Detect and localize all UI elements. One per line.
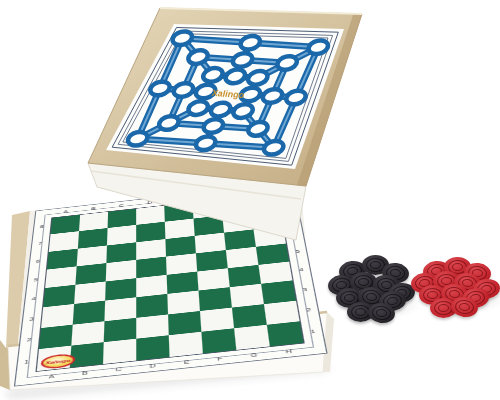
- morris-center-logo: Xalingo: [211, 88, 246, 100]
- coordinate-label: 7: [289, 214, 294, 218]
- morris-point: [231, 104, 255, 119]
- coordinate-label: 1: [24, 359, 29, 364]
- morris-line: [235, 43, 250, 77]
- morris-line: [258, 44, 319, 81]
- coordinate-label: F: [204, 194, 209, 198]
- morris-line: [206, 110, 221, 144]
- morris-point: [186, 101, 210, 116]
- coordinate-label: C: [116, 366, 122, 372]
- checkers-square: [234, 325, 270, 350]
- morris-pinstripe-1: [112, 28, 338, 166]
- morris-point: [223, 69, 247, 84]
- morris-point: [148, 81, 172, 96]
- coordinate-label: D: [150, 363, 156, 369]
- morris-point: [260, 89, 284, 104]
- coordinate-label: 1: [310, 329, 316, 334]
- coordinate-label: F: [217, 356, 223, 362]
- morris-point: [193, 84, 217, 99]
- morris-point: [170, 31, 194, 46]
- morris-line: [138, 38, 319, 148]
- morris-point: [208, 102, 232, 117]
- morris-point: [238, 87, 262, 102]
- xalingo-logo-text: Xalingo: [45, 358, 71, 365]
- morris-pinstripe-2: [118, 31, 333, 162]
- morris-line: [167, 38, 228, 75]
- morris-line: [138, 105, 199, 142]
- coordinate-label: 8: [286, 197, 291, 201]
- morris-line: [160, 89, 206, 92]
- morris-point: [201, 119, 225, 134]
- checkers-square: [70, 342, 104, 368]
- coordinate-label: 4: [299, 268, 304, 273]
- morris-line: [138, 38, 319, 148]
- coordinate-label: A: [49, 374, 55, 380]
- morris-line: [169, 57, 287, 129]
- coordinate-label: 5: [295, 249, 300, 254]
- morris-line: [160, 89, 206, 92]
- morris-point: [157, 116, 181, 131]
- morris-board-face: [106, 24, 344, 169]
- coordinate-label: 6: [36, 259, 41, 263]
- morris-point: [171, 83, 195, 98]
- morris-line: [138, 105, 199, 142]
- morris-point: [201, 68, 225, 83]
- coordinate-label: E: [176, 197, 181, 201]
- morris-line: [167, 38, 228, 75]
- coordinate-label: G: [250, 352, 257, 358]
- morris-line: [235, 43, 250, 77]
- checkers-square: [169, 332, 203, 357]
- morris-point: [262, 140, 286, 155]
- checkers-board-scene: ABCDEFGH ABCDEFGH 87654321 87654321 Xali…: [34, 192, 304, 400]
- morris-line: [169, 57, 287, 129]
- morris-line: [228, 111, 289, 148]
- morris-box-top-highlight: [160, 8, 362, 14]
- checkers-square: [103, 339, 136, 365]
- coordinate-label: 4: [31, 296, 36, 301]
- coordinate-label: 7: [38, 242, 42, 246]
- checkers-sheet: ABCDEFGH ABCDEFGH 87654321 87654321 Xali…: [14, 182, 328, 386]
- coordinate-label: 3: [29, 316, 34, 321]
- morris-point: [194, 136, 218, 151]
- coordinate-label: 2: [27, 337, 32, 342]
- morris-point: [230, 53, 254, 68]
- morris-point: [275, 56, 299, 71]
- morris-point: [238, 35, 262, 50]
- coordinate-label: E: [184, 359, 190, 365]
- morris-box-frame-edge: [297, 14, 362, 186]
- morris-pinstripe-3: [123, 34, 328, 159]
- morris-line: [198, 75, 258, 111]
- morris-line: [228, 111, 289, 148]
- morris-line: [250, 94, 296, 97]
- morris-point: [306, 40, 330, 55]
- morris-point: [246, 121, 270, 136]
- product-photo: ABCDEFGH ABCDEFGH 87654321 87654321 Xali…: [0, 0, 500, 400]
- coordinate-label: A: [63, 210, 68, 214]
- checkers-square: [201, 328, 236, 353]
- coordinate-label: H: [285, 348, 292, 354]
- morris-line: [198, 75, 258, 111]
- coordinate-label: G: [231, 191, 237, 195]
- coordinate-label: B: [82, 370, 88, 376]
- morris-point: [246, 70, 270, 85]
- morris-pattern: [126, 31, 331, 155]
- checkers-square: [136, 335, 169, 360]
- coordinate-label: D: [147, 200, 152, 204]
- morris-point: [126, 131, 150, 146]
- coordinate-label: H: [260, 188, 266, 192]
- morris-point: [284, 90, 308, 105]
- coordinate-label: B: [91, 207, 96, 211]
- coordinate-label: 2: [306, 307, 311, 312]
- coordinate-label: 5: [34, 277, 39, 282]
- checkers-square: [267, 321, 304, 346]
- coordinate-label: 3: [302, 287, 307, 292]
- morris-box-frame: [88, 8, 362, 186]
- morris-line: [250, 94, 296, 97]
- morris-line: [206, 110, 221, 144]
- morris-line: [258, 44, 319, 81]
- morris-point: [186, 50, 210, 65]
- checkers-grid: [35, 192, 304, 371]
- coordinate-label: C: [119, 203, 124, 207]
- coordinate-label: 8: [40, 225, 44, 229]
- coordinate-label: 6: [292, 231, 297, 235]
